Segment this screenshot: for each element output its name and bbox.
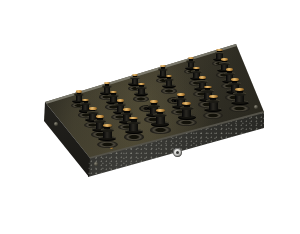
peg-r2c4[interactable] (161, 75, 177, 94)
brass-cap (216, 49, 222, 51)
brass-cap (123, 108, 131, 111)
brass-cap (221, 58, 228, 60)
brass-cap (82, 99, 89, 101)
brass-cap (156, 109, 165, 112)
knob-part (203, 112, 224, 119)
brass-cap (76, 90, 82, 92)
brass-cap (96, 115, 104, 118)
knob-part (229, 105, 250, 112)
peg-r2c3[interactable] (133, 83, 149, 102)
left-face-screw (54, 122, 58, 126)
brass-cap (138, 83, 145, 85)
right-corner-screw (254, 105, 258, 109)
front-center-screw (173, 148, 182, 157)
peg-r5c1[interactable] (97, 124, 118, 148)
brass-cap (150, 100, 158, 103)
peg-r5c3[interactable] (150, 109, 171, 133)
brass-cap (235, 88, 244, 91)
knob-part (124, 133, 145, 140)
front-left-corner-screw (94, 162, 98, 166)
brass-cap (188, 57, 194, 59)
brass-cap (166, 75, 173, 77)
knob-part (161, 67, 165, 69)
brass-cap (177, 93, 185, 96)
peg-r5c5[interactable] (203, 95, 224, 119)
brass-cap (89, 107, 96, 109)
peg-r5c6[interactable] (229, 88, 250, 112)
brass-cap (204, 86, 212, 89)
knob-part (131, 119, 137, 122)
brass-cap (209, 95, 218, 98)
brass-cap (117, 99, 124, 101)
brass-cap (193, 67, 200, 69)
knob-part (150, 126, 171, 133)
brass-cap (132, 74, 138, 76)
brass-cap (104, 82, 110, 84)
brass-cap (103, 124, 112, 127)
brass-cap (129, 117, 138, 120)
brass-cap (231, 78, 239, 81)
peg-r5c2[interactable] (124, 117, 145, 141)
knob-part (97, 141, 118, 148)
knob-part (176, 119, 197, 126)
peg-board-photo (0, 0, 300, 234)
brass-cap (226, 68, 233, 70)
brass-cap (110, 91, 117, 93)
peg-r5c4[interactable] (176, 102, 197, 126)
brass-cap (199, 76, 206, 78)
brass-cap (182, 102, 191, 105)
